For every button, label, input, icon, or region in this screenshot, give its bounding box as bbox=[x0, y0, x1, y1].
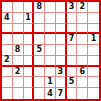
cell-r6c5[interactable] bbox=[45, 56, 56, 67]
given-digit: 1 bbox=[91, 35, 97, 43]
cell-r4c9[interactable]: 1 bbox=[88, 34, 99, 45]
cell-r2c7[interactable] bbox=[67, 13, 78, 24]
cell-r4c3[interactable] bbox=[24, 34, 35, 45]
cell-r5c7[interactable] bbox=[67, 45, 78, 56]
cell-r7c2[interactable]: 2 bbox=[13, 67, 24, 78]
cell-r6c4[interactable] bbox=[34, 56, 45, 67]
given-digit: 7 bbox=[69, 35, 75, 43]
cell-r8c1[interactable] bbox=[2, 77, 13, 88]
cell-r4c4[interactable] bbox=[34, 34, 45, 45]
cell-r3c9[interactable] bbox=[88, 24, 99, 35]
given-digit: 1 bbox=[47, 78, 53, 86]
cell-r8c5[interactable]: 1 bbox=[45, 77, 56, 88]
cell-r1c8[interactable]: 2 bbox=[77, 2, 88, 13]
cell-r6c2[interactable] bbox=[13, 56, 24, 67]
cell-r5c4[interactable]: 5 bbox=[34, 45, 45, 56]
cell-r2c2[interactable] bbox=[13, 13, 24, 24]
cell-r7c4[interactable] bbox=[34, 67, 45, 78]
cell-r5c3[interactable] bbox=[24, 45, 35, 56]
cell-r9c3[interactable] bbox=[24, 88, 35, 99]
cell-r5c8[interactable] bbox=[77, 45, 88, 56]
given-digit: 2 bbox=[80, 3, 86, 11]
cell-r3c8[interactable] bbox=[77, 24, 88, 35]
cell-r1c3[interactable] bbox=[24, 2, 35, 13]
given-digit: 1 bbox=[25, 14, 31, 22]
cell-r5c1[interactable] bbox=[2, 45, 13, 56]
cell-r6c8[interactable] bbox=[77, 56, 88, 67]
cell-r7c9[interactable] bbox=[88, 67, 99, 78]
cell-r1c6[interactable] bbox=[56, 2, 67, 13]
cell-r8c6[interactable] bbox=[56, 77, 67, 88]
cell-r1c5[interactable] bbox=[45, 2, 56, 13]
cell-r7c7[interactable] bbox=[67, 67, 78, 78]
cell-r5c2[interactable]: 8 bbox=[13, 45, 24, 56]
cell-r5c9[interactable] bbox=[88, 45, 99, 56]
cell-r4c8[interactable] bbox=[77, 34, 88, 45]
cell-r6c6[interactable] bbox=[56, 56, 67, 67]
cell-r3c5[interactable] bbox=[45, 24, 56, 35]
cell-r6c9[interactable] bbox=[88, 56, 99, 67]
given-digit: 8 bbox=[36, 3, 42, 11]
cell-r8c3[interactable] bbox=[24, 77, 35, 88]
cell-r9c1[interactable] bbox=[2, 88, 13, 99]
sudoku-board: 83241718522361547 bbox=[0, 0, 101, 101]
given-digit: 3 bbox=[57, 68, 63, 76]
cell-r9c9[interactable] bbox=[88, 88, 99, 99]
cell-r2c8[interactable] bbox=[77, 13, 88, 24]
cell-r2c1[interactable]: 4 bbox=[2, 13, 13, 24]
cell-r1c4[interactable]: 8 bbox=[34, 2, 45, 13]
cell-r5c5[interactable] bbox=[45, 45, 56, 56]
cell-r9c7[interactable] bbox=[67, 88, 78, 99]
cell-r4c2[interactable] bbox=[13, 34, 24, 45]
cell-r7c3[interactable] bbox=[24, 67, 35, 78]
cell-r8c4[interactable] bbox=[34, 77, 45, 88]
given-digit: 4 bbox=[4, 14, 10, 22]
cell-r1c1[interactable] bbox=[2, 2, 13, 13]
given-digit: 8 bbox=[15, 46, 21, 54]
cell-r3c1[interactable] bbox=[2, 24, 13, 35]
cell-r1c7[interactable]: 3 bbox=[67, 2, 78, 13]
given-digit: 5 bbox=[36, 46, 42, 54]
cell-r3c2[interactable] bbox=[13, 24, 24, 35]
cell-r2c6[interactable] bbox=[56, 13, 67, 24]
cell-r4c6[interactable] bbox=[56, 34, 67, 45]
cell-r6c3[interactable] bbox=[24, 56, 35, 67]
given-digit: 6 bbox=[80, 68, 86, 76]
cell-r9c2[interactable] bbox=[13, 88, 24, 99]
cell-r1c2[interactable] bbox=[13, 2, 24, 13]
cell-r9c6[interactable]: 7 bbox=[56, 88, 67, 99]
cell-r9c8[interactable] bbox=[77, 88, 88, 99]
cell-r2c5[interactable] bbox=[45, 13, 56, 24]
cell-r7c1[interactable] bbox=[2, 67, 13, 78]
cell-r3c3[interactable] bbox=[24, 24, 35, 35]
cell-r9c4[interactable] bbox=[34, 88, 45, 99]
cell-r6c1[interactable]: 2 bbox=[2, 56, 13, 67]
given-digit: 5 bbox=[69, 78, 75, 86]
cell-r8c9[interactable] bbox=[88, 77, 99, 88]
cell-r3c6[interactable] bbox=[56, 24, 67, 35]
cell-r8c7[interactable]: 5 bbox=[67, 77, 78, 88]
cell-r8c8[interactable] bbox=[77, 77, 88, 88]
cell-r3c7[interactable] bbox=[67, 24, 78, 35]
cell-r7c5[interactable] bbox=[45, 67, 56, 78]
cell-r7c6[interactable]: 3 bbox=[56, 67, 67, 78]
cell-r4c5[interactable] bbox=[45, 34, 56, 45]
cell-r2c4[interactable] bbox=[34, 13, 45, 24]
given-digit: 2 bbox=[4, 56, 10, 64]
cell-r4c1[interactable] bbox=[2, 34, 13, 45]
cell-r8c2[interactable] bbox=[13, 77, 24, 88]
cell-r1c9[interactable] bbox=[88, 2, 99, 13]
given-digit: 4 bbox=[47, 90, 53, 98]
cell-r2c9[interactable] bbox=[88, 13, 99, 24]
cell-r5c6[interactable] bbox=[56, 45, 67, 56]
cell-r2c3[interactable]: 1 bbox=[24, 13, 35, 24]
given-digit: 7 bbox=[57, 90, 63, 98]
cell-r4c7[interactable]: 7 bbox=[67, 34, 78, 45]
cell-r7c8[interactable]: 6 bbox=[77, 67, 88, 78]
given-digit: 3 bbox=[69, 3, 75, 11]
given-digit: 2 bbox=[15, 68, 21, 76]
cell-r9c5[interactable]: 4 bbox=[45, 88, 56, 99]
cell-r6c7[interactable] bbox=[67, 56, 78, 67]
cell-r3c4[interactable] bbox=[34, 24, 45, 35]
